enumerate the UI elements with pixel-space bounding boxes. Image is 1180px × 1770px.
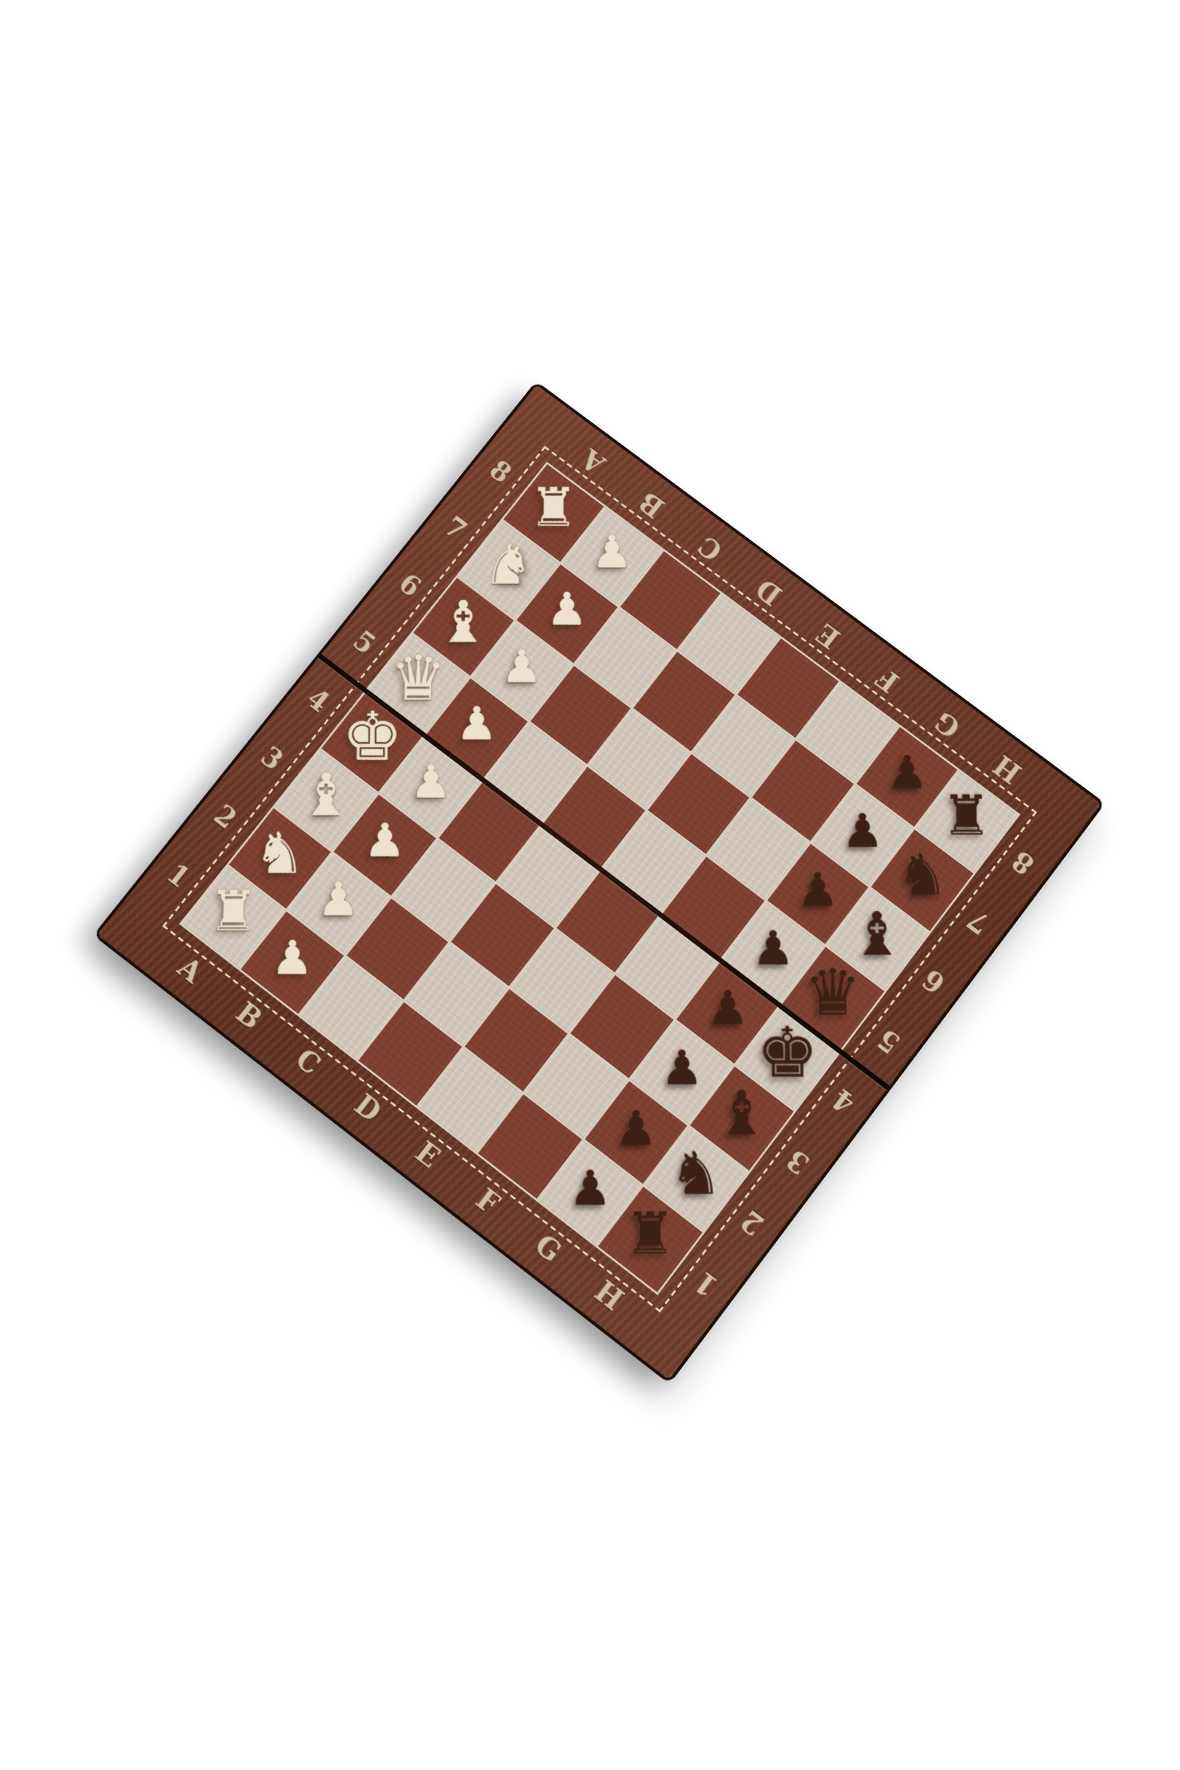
black-rook-h1[interactable]: ♜ xyxy=(613,1197,687,1272)
board-grid: ♜♟♟♜♞♟♟♞♝♟♟♝♛♟♟♛♚♟♟♚♝♟♟♝♞♟♟♞♜♟♟♜ xyxy=(179,462,1020,1296)
product-photo-scene: ABCDEFGH ABCDEFGH 87654321 87654321 ♜♟♟♜… xyxy=(0,0,1180,1770)
white-pawn-b1[interactable]: ♟ xyxy=(255,921,329,994)
chess-board: ABCDEFGH ABCDEFGH 87654321 87654321 ♜♟♟♜… xyxy=(97,385,1101,1380)
chess-board-wrap: ABCDEFGH ABCDEFGH 87654321 87654321 ♜♟♟♜… xyxy=(97,385,1101,1380)
